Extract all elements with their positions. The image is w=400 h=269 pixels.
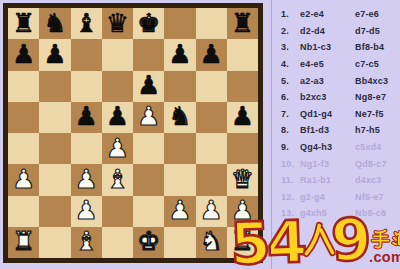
move-number: 1. [281, 9, 300, 19]
white-move[interactable]: Ra1-b1 [300, 175, 355, 185]
square-f5[interactable]: ♞ [164, 102, 195, 133]
move-number: 8. [281, 125, 300, 135]
move-number: 9. [281, 142, 300, 152]
black-move[interactable]: Ne7-f5 [355, 109, 400, 119]
piece-white-pawn[interactable]: ♟ [137, 103, 160, 129]
move-number: 7. [281, 109, 300, 119]
piece-white-king[interactable]: ♚ [137, 228, 160, 254]
square-a4[interactable] [8, 133, 39, 164]
white-move[interactable]: e4-e5 [300, 59, 355, 69]
black-move[interactable]: e7-e6 [355, 9, 400, 19]
watermark-site-text [369, 227, 400, 250]
piece-black-pawn[interactable]: ♟ [43, 41, 66, 67]
square-a1[interactable]: ♜ [8, 227, 39, 258]
square-f7[interactable]: ♟ [164, 39, 195, 70]
square-d2[interactable] [102, 196, 133, 227]
square-d1[interactable] [102, 227, 133, 258]
black-move[interactable]: h7-h5 [355, 125, 400, 135]
square-g2[interactable]: ♟ [196, 196, 227, 227]
piece-black-pawn[interactable]: ♟ [199, 41, 222, 67]
square-b8[interactable]: ♞ [39, 8, 70, 39]
move-number: 5. [281, 76, 300, 86]
piece-black-rook[interactable]: ♜ [231, 10, 254, 36]
black-move[interactable]: Qd8-c7 [355, 159, 400, 169]
square-d5[interactable]: ♟ [102, 102, 133, 133]
watermark-right: .com.cn [369, 227, 400, 269]
piece-white-pawn[interactable]: ♟ [168, 197, 191, 223]
square-f4[interactable] [164, 133, 195, 164]
square-g3[interactable] [196, 164, 227, 195]
square-h5[interactable]: ♟ [227, 102, 258, 133]
square-e2[interactable] [133, 196, 164, 227]
move-row: 11.Ra1-b1d4xc3 [281, 172, 400, 189]
chess-board-squares: ♜♞♝♛♚♜♟♟♟♟♟♟♟♟♞♟♟♟♟♝♛♟♟♟♟♜♝♚♞♜ [8, 8, 258, 258]
piece-black-pawn[interactable]: ♟ [231, 103, 254, 129]
black-move[interactable]: Ng8-e7 [355, 92, 400, 102]
move-number: 2. [281, 26, 300, 36]
square-f6[interactable] [164, 71, 195, 102]
white-move[interactable]: Ng1-f3 [300, 159, 355, 169]
square-d6[interactable] [102, 71, 133, 102]
square-f2[interactable]: ♟ [164, 196, 195, 227]
move-row: 8.Bf1-d3h7-h5 [281, 122, 400, 139]
square-h7[interactable] [227, 39, 258, 70]
square-b5[interactable] [39, 102, 70, 133]
piece-white-pawn[interactable]: ♟ [106, 135, 129, 161]
square-c2[interactable]: ♟ [71, 196, 102, 227]
move-row: 7.Qd1-g4Ne7-f5 [281, 106, 400, 123]
app: ♜♞♝♛♚♜♟♟♟♟♟♟♟♟♞♟♟♟♟♝♛♟♟♟♟♜♝♚♞♜ 1.e2-e4e7… [0, 0, 400, 269]
move-row: 2.d2-d4d7-d5 [281, 23, 400, 40]
black-move[interactable]: c5xd4 [355, 142, 400, 152]
piece-black-pawn[interactable]: ♟ [12, 41, 35, 67]
square-c4[interactable] [71, 133, 102, 164]
cjk-glyph-游 [391, 227, 400, 250]
move-number: 6. [281, 92, 300, 102]
black-move[interactable]: d4xc3 [355, 175, 400, 185]
piece-black-pawn[interactable]: ♟ [168, 41, 191, 67]
square-g8[interactable] [196, 8, 227, 39]
square-e3[interactable] [133, 164, 164, 195]
square-e7[interactable] [133, 39, 164, 70]
piece-white-rook[interactable]: ♜ [12, 228, 35, 254]
square-h8[interactable]: ♜ [227, 8, 258, 39]
piece-black-pawn[interactable]: ♟ [74, 103, 97, 129]
square-c1[interactable]: ♝ [71, 227, 102, 258]
square-a3[interactable]: ♟ [8, 164, 39, 195]
piece-black-bishop[interactable]: ♝ [74, 10, 97, 36]
square-c8[interactable]: ♝ [71, 8, 102, 39]
piece-black-king[interactable]: ♚ [137, 10, 160, 36]
move-row: 3.Nb1-c3Bf8-b4 [281, 39, 400, 56]
square-b4[interactable] [39, 133, 70, 164]
move-number: 10. [281, 159, 300, 169]
square-b1[interactable] [39, 227, 70, 258]
white-move[interactable]: Qd1-g4 [300, 109, 355, 119]
piece-black-pawn[interactable]: ♟ [106, 103, 129, 129]
square-d8[interactable]: ♛ [102, 8, 133, 39]
white-move[interactable]: Bf1-d3 [300, 125, 355, 135]
square-h6[interactable] [227, 71, 258, 102]
piece-black-rook[interactable]: ♜ [12, 10, 35, 36]
piece-white-bishop[interactable]: ♝ [74, 228, 97, 254]
square-e6[interactable]: ♟ [133, 71, 164, 102]
chess-board: ♜♞♝♛♚♜♟♟♟♟♟♟♟♟♞♟♟♟♟♝♛♟♟♟♟♜♝♚♞♜ [3, 3, 263, 263]
square-a6[interactable] [8, 71, 39, 102]
square-h4[interactable] [227, 133, 258, 164]
move-row: 4.e4-e5c7-c5 [281, 56, 400, 73]
black-move[interactable]: c7-c5 [355, 59, 400, 69]
black-move[interactable]: Bb4xc3 [355, 76, 400, 86]
piece-black-queen[interactable]: ♛ [106, 10, 129, 36]
move-number: 3. [281, 42, 300, 52]
square-b3[interactable] [39, 164, 70, 195]
square-f1[interactable] [164, 227, 195, 258]
piece-black-knight[interactable]: ♞ [43, 10, 66, 36]
move-row: 6.b2xc3Ng8-e7 [281, 89, 400, 106]
square-g1[interactable]: ♞ [196, 227, 227, 258]
piece-white-queen[interactable]: ♛ [231, 166, 254, 192]
square-d4[interactable]: ♟ [102, 133, 133, 164]
square-e4[interactable] [133, 133, 164, 164]
watermark: 549 .com.cn [230, 190, 400, 269]
black-move[interactable]: Bf8-b4 [355, 42, 400, 52]
square-g6[interactable] [196, 71, 227, 102]
square-c6[interactable] [71, 71, 102, 102]
cjk-glyph-手 [369, 227, 392, 250]
square-e5[interactable]: ♟ [133, 102, 164, 133]
square-b6[interactable] [39, 71, 70, 102]
white-move[interactable]: Nb1-c3 [300, 42, 355, 52]
watermark-domain: .com.cn [369, 250, 400, 265]
move-row: 5.a2-a3Bb4xc3 [281, 72, 400, 89]
move-number: 4. [281, 59, 300, 69]
square-a8[interactable]: ♜ [8, 8, 39, 39]
white-move[interactable]: Qg4-h3 [300, 142, 355, 152]
square-f3[interactable] [164, 164, 195, 195]
square-a2[interactable] [8, 196, 39, 227]
piece-white-pawn[interactable]: ♟ [199, 197, 222, 223]
piece-white-pawn[interactable]: ♟ [74, 166, 97, 192]
white-move[interactable]: e2-e4 [300, 9, 355, 19]
move-row: 10.Ng1-f3Qd8-c7 [281, 155, 400, 172]
square-b2[interactable] [39, 196, 70, 227]
piece-black-knight[interactable]: ♞ [168, 103, 191, 129]
piece-white-pawn[interactable]: ♟ [74, 197, 97, 223]
white-move[interactable]: d2-d4 [300, 26, 355, 36]
piece-white-bishop[interactable]: ♝ [106, 166, 129, 192]
white-move[interactable]: a2-a3 [300, 76, 355, 86]
square-g7[interactable]: ♟ [196, 39, 227, 70]
square-f8[interactable] [164, 8, 195, 39]
square-e1[interactable]: ♚ [133, 227, 164, 258]
square-g4[interactable] [196, 133, 227, 164]
square-a5[interactable] [8, 102, 39, 133]
square-g5[interactable] [196, 102, 227, 133]
watermark-digit: 9 [330, 213, 368, 268]
watermark-digit: 5 [229, 217, 267, 269]
black-move[interactable]: d7-d5 [355, 26, 400, 36]
white-move[interactable]: b2xc3 [300, 92, 355, 102]
square-b7[interactable]: ♟ [39, 39, 70, 70]
piece-white-knight[interactable]: ♞ [199, 228, 222, 254]
square-d3[interactable]: ♝ [102, 164, 133, 195]
move-row: 1.e2-e4e7-e6 [281, 6, 400, 23]
move-row: 9.Qg4-h3c5xd4 [281, 139, 400, 156]
square-e8[interactable]: ♚ [133, 8, 164, 39]
move-number: 11. [281, 175, 300, 185]
square-d7[interactable] [102, 39, 133, 70]
watermark-digit: 4 [266, 216, 304, 269]
piece-black-pawn[interactable]: ♟ [137, 72, 160, 98]
square-a7[interactable]: ♟ [8, 39, 39, 70]
square-c5[interactable]: ♟ [71, 102, 102, 133]
square-c3[interactable]: ♟ [71, 164, 102, 195]
square-c7[interactable] [71, 39, 102, 70]
piece-white-pawn[interactable]: ♟ [12, 166, 35, 192]
watermark-big-text: 549 [229, 195, 369, 269]
